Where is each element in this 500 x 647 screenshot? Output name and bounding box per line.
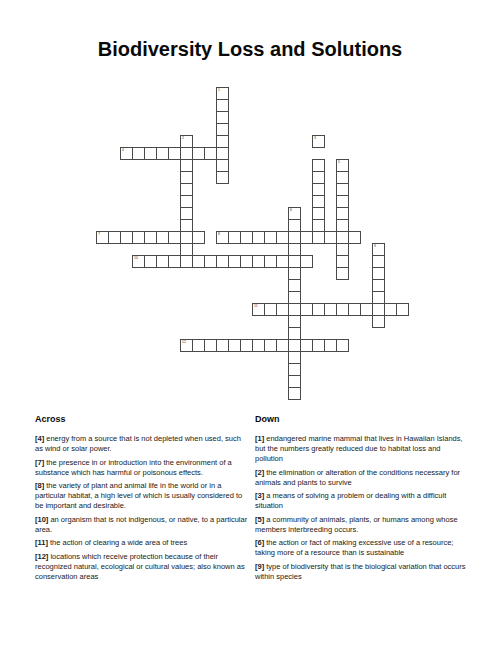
clue-num-label: [9] <box>255 562 264 571</box>
clue-number-10: 10 <box>134 256 138 259</box>
clue-number-2: 2 <box>182 136 184 139</box>
clue-number-8: 8 <box>218 232 220 235</box>
clue-down-1: [1] endangered marine mammal that lives … <box>255 434 468 464</box>
crossword-grid: 123456789101112 <box>96 87 409 400</box>
grid-cell-r18c25[interactable] <box>396 303 409 316</box>
clue-number-12: 12 <box>182 340 186 343</box>
down-header: Down <box>255 414 468 424</box>
clue-num-label: [4] <box>35 434 44 443</box>
down-clue-list: [1] endangered marine mammal that lives … <box>255 434 468 582</box>
clue-number-9: 9 <box>374 244 376 247</box>
grid-cell-r14c17[interactable] <box>300 255 313 268</box>
grid-cell-r19c23[interactable] <box>372 315 385 328</box>
clue-number-5: 5 <box>338 160 340 163</box>
clue-down-3: [3] a means of solving a problem or deal… <box>255 491 468 511</box>
clue-number-4: 4 <box>122 148 124 151</box>
grid-cell-r21c20[interactable] <box>336 339 349 352</box>
clue-num-label: [12] <box>35 552 48 561</box>
down-clues-section: Down [1] endangered marine mammal that l… <box>255 414 468 585</box>
clue-num-label: [7] <box>35 458 44 467</box>
clue-across-4: [4] energy from a source that is not dep… <box>35 434 248 454</box>
clue-number-11: 11 <box>254 304 258 307</box>
grid-cell-r4c18[interactable]: 3 <box>312 135 325 148</box>
clue-down-6: [6] the action or fact of making excessi… <box>255 538 468 558</box>
clue-num-label: [11] <box>35 538 48 547</box>
clue-down-9: [9] type of biodiversity that is the bio… <box>255 562 468 582</box>
clue-number-1: 1 <box>218 88 220 91</box>
clue-across-10: [10] an organism that is not indigenous,… <box>35 515 248 535</box>
grid-cell-r25c16[interactable] <box>288 387 301 400</box>
clue-number-3: 3 <box>314 136 316 139</box>
clue-number-7: 7 <box>98 232 100 235</box>
crossword-page: Biodiversity Loss and Solutions 12345678… <box>0 0 500 647</box>
clue-num-label: [1] <box>255 434 264 443</box>
grid-cell-r15c20[interactable] <box>336 267 349 280</box>
clue-across-12: [12] locations which receive protection … <box>35 552 248 582</box>
page-title: Biodiversity Loss and Solutions <box>0 38 500 61</box>
clue-num-label: [3] <box>255 491 264 500</box>
clue-num-label: [2] <box>255 468 264 477</box>
clue-num-label: [6] <box>255 538 264 547</box>
clue-num-label: [5] <box>255 515 264 524</box>
across-clues-section: Across [4] energy from a source that is … <box>35 414 248 585</box>
clue-number-6: 6 <box>290 208 292 211</box>
clue-down-5: [5] a community of animals, plants, or h… <box>255 515 468 535</box>
across-clue-list: [4] energy from a source that is not dep… <box>35 434 248 582</box>
clue-num-label: [10] <box>35 515 48 524</box>
clue-across-11: [11] the action of clearing a wide area … <box>35 538 248 548</box>
across-header: Across <box>35 414 248 424</box>
clue-across-8: [8] the variety of plant and animal life… <box>35 481 248 511</box>
clue-across-7: [7] the presence in or introduction into… <box>35 458 248 478</box>
grid-cell-r12c21[interactable] <box>348 231 361 244</box>
grid-cell-r12c8[interactable] <box>192 231 205 244</box>
grid-cell-r7c10[interactable] <box>216 171 229 184</box>
clue-down-2: [2] the elimination or alteration of the… <box>255 468 468 488</box>
clue-num-label: [8] <box>35 481 44 490</box>
